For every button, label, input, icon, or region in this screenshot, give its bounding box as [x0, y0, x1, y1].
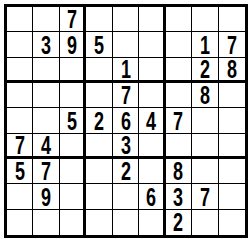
cell-r5c5[interactable]: 6 — [113, 108, 139, 133]
cell-r2c3[interactable]: 9 — [60, 32, 86, 57]
given-digit: 1 — [200, 32, 210, 57]
cell-r9c3[interactable] — [60, 210, 86, 235]
cell-r2c8[interactable]: 1 — [192, 32, 218, 57]
cell-r1c5[interactable] — [113, 7, 139, 32]
cell-r3c7[interactable] — [166, 58, 192, 83]
cell-r4c4[interactable] — [86, 83, 112, 108]
cell-r4c5[interactable]: 7 — [113, 83, 139, 108]
cell-r3c4[interactable] — [86, 58, 112, 83]
given-digit: 3 — [173, 184, 183, 209]
given-digit: 7 — [15, 134, 25, 158]
cell-r8c5[interactable] — [113, 184, 139, 209]
cell-r7c1[interactable]: 5 — [7, 159, 33, 184]
cell-r9c9[interactable] — [219, 210, 245, 235]
cell-r1c8[interactable] — [192, 7, 218, 32]
given-digit: 8 — [173, 159, 183, 184]
given-digit: 7 — [41, 159, 51, 184]
given-digit: 9 — [41, 184, 51, 209]
cell-r8c3[interactable] — [60, 184, 86, 209]
given-digit: 1 — [120, 58, 130, 82]
cell-r6c3[interactable] — [60, 134, 86, 159]
cell-r7c9[interactable] — [219, 159, 245, 184]
given-digit: 3 — [41, 32, 51, 57]
given-digit: 3 — [120, 134, 130, 158]
cell-r6c4[interactable] — [86, 134, 112, 159]
cell-r7c7[interactable]: 8 — [166, 159, 192, 184]
given-digit: 9 — [67, 32, 77, 57]
cell-r7c5[interactable]: 2 — [113, 159, 139, 184]
given-digit: 4 — [41, 134, 51, 158]
given-digit: 2 — [120, 159, 130, 184]
given-digit: 7 — [227, 32, 237, 57]
cell-r8c2[interactable]: 9 — [33, 184, 59, 209]
given-digit: 2 — [173, 210, 183, 235]
cell-r5c7[interactable]: 7 — [166, 108, 192, 133]
cell-r1c3[interactable]: 7 — [60, 7, 86, 32]
cell-r5c1[interactable] — [7, 108, 33, 133]
cell-r6c8[interactable] — [192, 134, 218, 159]
cell-r6c6[interactable] — [139, 134, 165, 159]
cell-r8c8[interactable]: 7 — [192, 184, 218, 209]
cell-r3c6[interactable] — [139, 58, 165, 83]
cell-r7c8[interactable] — [192, 159, 218, 184]
cell-r5c2[interactable] — [33, 108, 59, 133]
given-digit: 2 — [200, 58, 210, 82]
cell-r5c6[interactable]: 4 — [139, 108, 165, 133]
cell-r3c1[interactable] — [7, 58, 33, 83]
cell-r9c8[interactable] — [192, 210, 218, 235]
cell-r4c8[interactable]: 8 — [192, 83, 218, 108]
given-digit: 4 — [146, 108, 156, 133]
cell-r3c3[interactable] — [60, 58, 86, 83]
cell-r3c8[interactable]: 2 — [192, 58, 218, 83]
cell-r4c2[interactable] — [33, 83, 59, 108]
cell-r9c7[interactable]: 2 — [166, 210, 192, 235]
cell-r2c9[interactable]: 7 — [219, 32, 245, 57]
given-digit: 5 — [15, 159, 25, 184]
cell-r1c4[interactable] — [86, 7, 112, 32]
cell-r2c7[interactable] — [166, 32, 192, 57]
cell-r5c9[interactable] — [219, 108, 245, 133]
sudoku-puzzle: 7395171287852647743572896372 — [0, 0, 250, 239]
cell-r8c7[interactable]: 3 — [166, 184, 192, 209]
cell-r9c5[interactable] — [113, 210, 139, 235]
cell-r7c3[interactable] — [60, 159, 86, 184]
cell-r4c3[interactable] — [60, 83, 86, 108]
cell-r5c8[interactable] — [192, 108, 218, 133]
cell-r6c7[interactable] — [166, 134, 192, 159]
given-digit: 6 — [146, 184, 156, 209]
given-digit: 6 — [120, 108, 130, 133]
cell-r2c2[interactable]: 3 — [33, 32, 59, 57]
cell-r2c1[interactable] — [7, 32, 33, 57]
given-digit: 8 — [227, 58, 237, 82]
cell-r3c5[interactable]: 1 — [113, 58, 139, 83]
cell-r8c1[interactable] — [7, 184, 33, 209]
cell-r7c4[interactable] — [86, 159, 112, 184]
cell-r4c1[interactable] — [7, 83, 33, 108]
cell-r8c6[interactable]: 6 — [139, 184, 165, 209]
given-digit: 2 — [94, 108, 104, 133]
cell-r1c7[interactable] — [166, 7, 192, 32]
given-digit: 7 — [67, 7, 77, 32]
given-digit: 7 — [120, 83, 130, 108]
cell-r4c7[interactable] — [166, 83, 192, 108]
given-digit: 7 — [173, 108, 183, 133]
cell-r9c2[interactable] — [33, 210, 59, 235]
cell-r5c3[interactable]: 5 — [60, 108, 86, 133]
given-digit: 7 — [200, 184, 210, 209]
given-digit: 8 — [200, 83, 210, 108]
cell-r9c6[interactable] — [139, 210, 165, 235]
cell-r4c6[interactable] — [139, 83, 165, 108]
cell-r1c2[interactable] — [33, 7, 59, 32]
cell-r7c6[interactable] — [139, 159, 165, 184]
cell-r2c6[interactable] — [139, 32, 165, 57]
cell-r6c2[interactable]: 4 — [33, 134, 59, 159]
cell-r4c9[interactable] — [219, 83, 245, 108]
cell-r8c4[interactable] — [86, 184, 112, 209]
cell-r8c9[interactable] — [219, 184, 245, 209]
cell-r6c5[interactable]: 3 — [113, 134, 139, 159]
cell-r9c1[interactable] — [7, 210, 33, 235]
cell-r1c1[interactable] — [7, 7, 33, 32]
cell-r2c5[interactable] — [113, 32, 139, 57]
sudoku-board: 7395171287852647743572896372 — [4, 4, 248, 238]
given-digit: 5 — [67, 108, 77, 133]
given-digit: 5 — [94, 32, 104, 57]
cell-r3c9[interactable]: 8 — [219, 58, 245, 83]
cell-r3c2[interactable] — [33, 58, 59, 83]
cell-r9c4[interactable] — [86, 210, 112, 235]
cell-r6c1[interactable]: 7 — [7, 134, 33, 159]
cell-r1c9[interactable] — [219, 7, 245, 32]
cell-r2c4[interactable]: 5 — [86, 32, 112, 57]
cell-r6c9[interactable] — [219, 134, 245, 159]
cell-r1c6[interactable] — [139, 7, 165, 32]
cell-r5c4[interactable]: 2 — [86, 108, 112, 133]
cell-r7c2[interactable]: 7 — [33, 159, 59, 184]
